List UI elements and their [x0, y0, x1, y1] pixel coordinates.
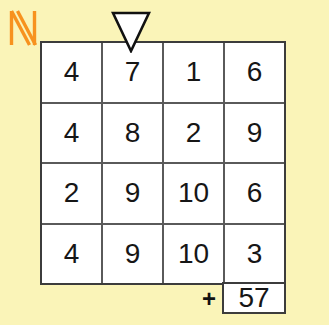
grid-cell[interactable]: 9: [103, 225, 162, 284]
target-sum-box: 57: [222, 282, 286, 314]
grid-cell[interactable]: 4: [42, 225, 101, 284]
grid-cell[interactable]: 10: [164, 164, 223, 223]
number-grid: 4 7 1 6 4 8 2 9 2 9 10 6 4 9 10 3: [40, 41, 286, 285]
grid-cell[interactable]: 6: [225, 43, 284, 102]
grid-cell[interactable]: 4: [42, 104, 101, 163]
brand-logo: [8, 9, 38, 47]
grid-cell[interactable]: 6: [225, 164, 284, 223]
grid-cell[interactable]: 9: [103, 164, 162, 223]
grid-cell[interactable]: 2: [42, 164, 101, 223]
grid-cell[interactable]: 1: [164, 43, 223, 102]
grid-cell[interactable]: 3: [225, 225, 284, 284]
grid-cell[interactable]: 9: [225, 104, 284, 163]
grid-cell[interactable]: 8: [103, 104, 162, 163]
column-marker[interactable]: [111, 11, 151, 53]
grid-cell[interactable]: 4: [42, 43, 101, 102]
n-logo-icon: [8, 9, 38, 47]
grid-cell[interactable]: 2: [164, 104, 223, 163]
target-sum-value: 57: [238, 282, 269, 314]
triangle-down-icon: [111, 11, 151, 53]
plus-operator: +: [178, 284, 216, 314]
puzzle-screen: 4 7 1 6 4 8 2 9 2 9 10 6 4 9 10 3 + 57: [0, 0, 329, 325]
grid-cell[interactable]: 10: [164, 225, 223, 284]
